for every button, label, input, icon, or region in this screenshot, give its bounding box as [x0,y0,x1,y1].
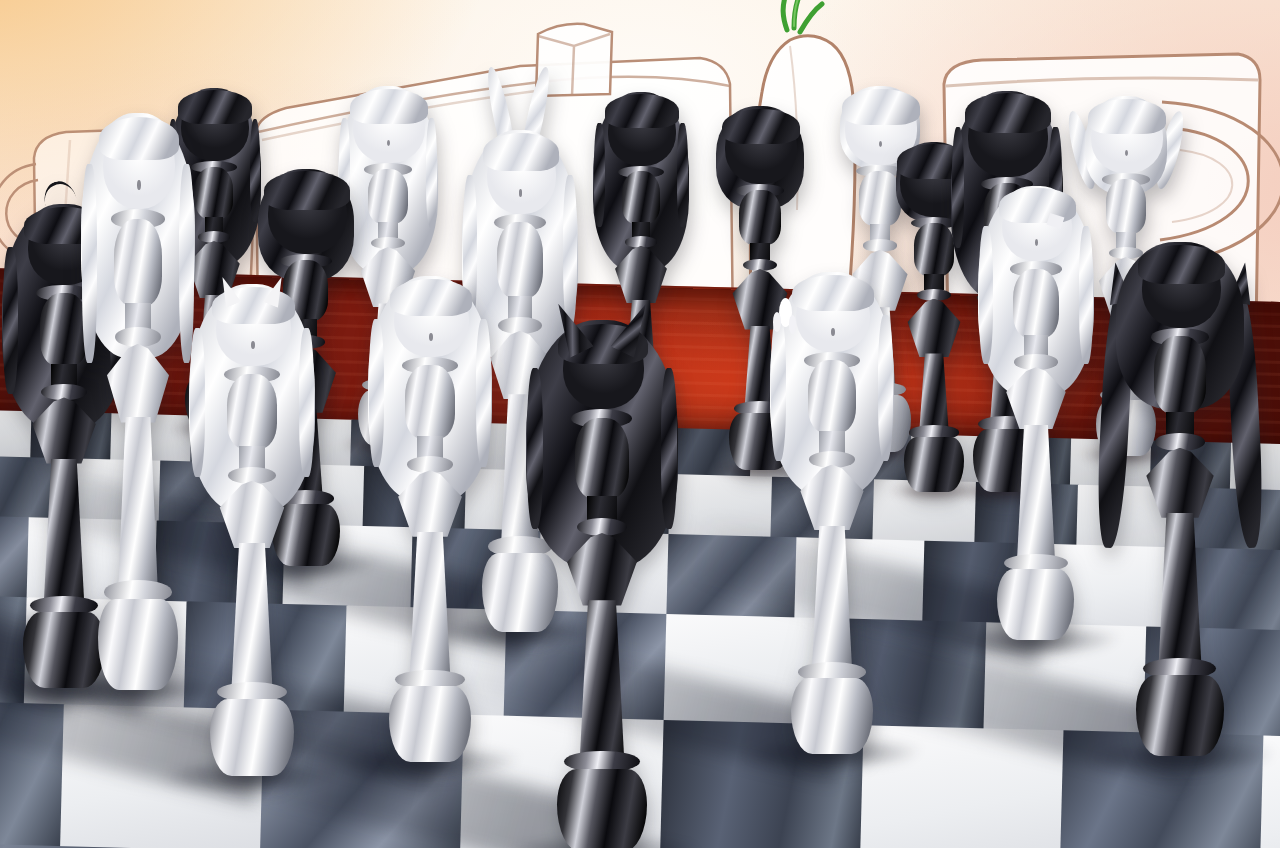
mouth-dot [429,333,433,341]
base [210,699,293,776]
torso [622,171,661,223]
base [791,678,873,754]
mouth-dot [1125,150,1128,156]
chess-piece-black-queen-e2[interactable] [529,314,674,848]
column [1152,513,1208,664]
side-lock [527,368,543,529]
side-lock [979,226,993,364]
chess-piece-white-rook-b4[interactable] [73,106,202,690]
torso [1013,269,1059,338]
column [573,600,631,756]
column [1011,425,1061,558]
side-lock [3,247,18,394]
side-lock [82,164,96,363]
waist [239,446,266,468]
base [1136,675,1223,756]
bangs [212,287,295,324]
chess-piece-white-pawn-f3[interactable] [766,266,898,754]
bangs [350,89,427,124]
bangs [99,117,179,161]
skirt-flare [99,344,177,423]
column [806,526,859,668]
bangs [842,89,921,125]
bangs [264,171,350,210]
bangs [1138,245,1225,284]
torso [405,365,454,439]
chess-piece-white-pawn-g5[interactable] [974,180,1098,640]
mouth-dot [387,140,390,146]
bangs [390,279,472,316]
column [225,543,279,687]
side-lock [677,123,687,227]
column [915,353,953,429]
waist [587,496,616,520]
side-lock [190,328,205,477]
chess-art-scene [0,0,1280,848]
torso [1106,179,1147,234]
waist [819,431,845,453]
side-lock [952,127,964,249]
mouth-dot [831,328,835,336]
base [557,769,647,848]
side-lock [476,319,491,467]
torso [914,223,954,276]
chess-piece-white-pawn-c3[interactable] [185,278,319,776]
side-lock [661,368,677,529]
bangs [792,275,874,312]
mouth-dot [251,341,255,349]
side-lock [299,328,314,477]
skirt-flare [1138,448,1222,518]
waist [417,436,444,458]
side-lock [563,175,577,327]
mouth-dot [137,180,141,189]
side-lock [369,319,384,467]
torso [368,169,409,224]
side-lock [594,123,604,227]
torso [497,222,543,298]
side-lock [426,118,437,227]
column [403,532,456,675]
bangs [965,93,1051,133]
torso [114,219,162,307]
chess-piece-white-pawn-d3[interactable] [364,270,497,762]
torso [575,418,629,499]
pieces-layer [0,0,1280,848]
waist [1024,335,1049,356]
waist [924,274,943,290]
bangs [483,133,560,171]
bangs [605,94,679,128]
torso [808,360,857,433]
bangs [722,109,800,145]
chess-piece-black-rook-h4[interactable] [1110,236,1250,756]
bangs [1088,99,1165,134]
column [112,417,164,586]
waist [378,222,398,238]
side-lock [878,315,892,461]
base [389,686,471,762]
side-lock [771,315,785,461]
flower-petal-icon [773,312,781,332]
waist [125,303,151,329]
side-lock [1079,226,1093,364]
mouth-dot [879,141,882,147]
waist [750,243,770,260]
torso [739,190,780,245]
torso [1154,336,1206,414]
torso [227,374,277,449]
base [98,599,178,690]
base [997,569,1074,640]
waist [1166,412,1194,435]
